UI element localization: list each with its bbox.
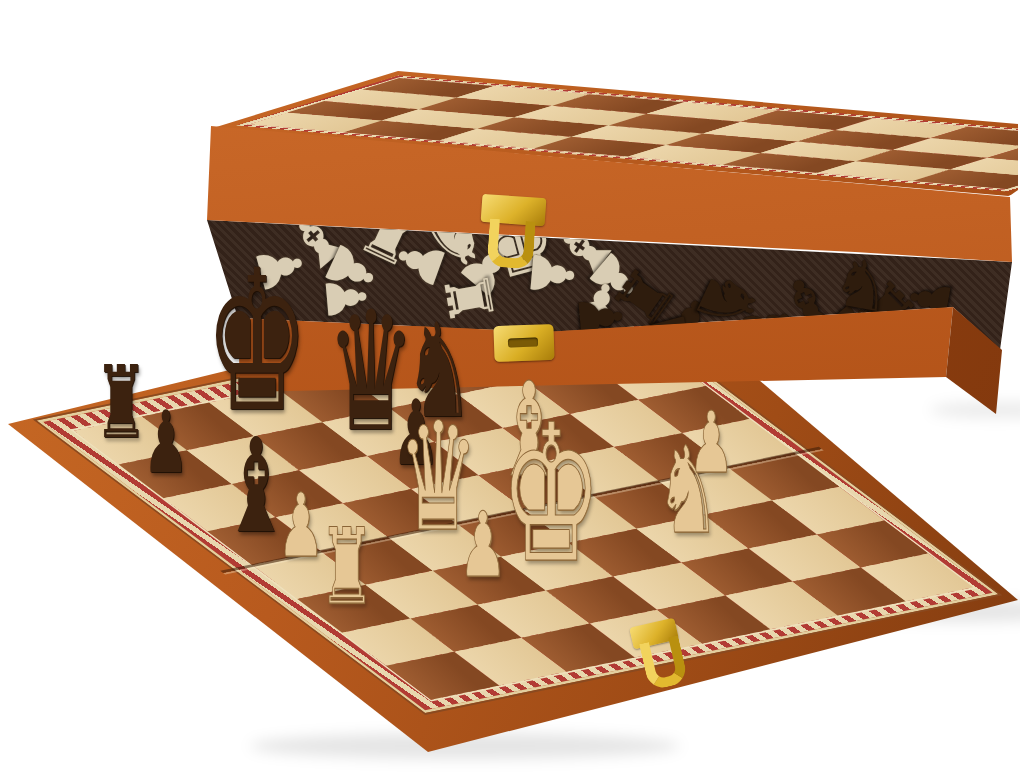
clasp-slot-icon (508, 338, 538, 348)
lid-brass-hasp-icon (478, 194, 547, 270)
chess-set-scene: ♟♝♟♜♟♞♟♚♟♝♟♟♜♟ ♟♜♟♞♟♝♟♜♟♟♟♞♟ ♜♟♚♝♛♞♟♟♜♛♟… (0, 0, 1020, 783)
box-clasp-plate-icon (493, 324, 554, 362)
box-shadow (930, 402, 1020, 418)
lid-hasp-u-icon (487, 218, 536, 269)
